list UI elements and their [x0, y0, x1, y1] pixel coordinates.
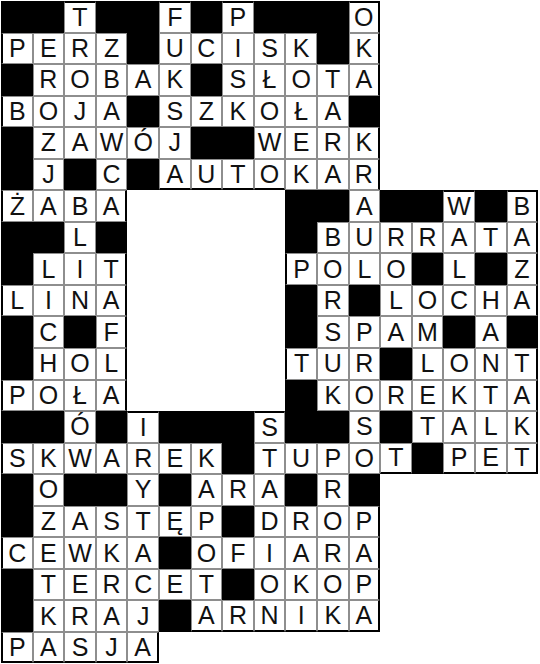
cell-r5c4[interactable]: W	[96, 127, 128, 159]
black-cell-r12c13	[380, 348, 412, 380]
cell-r14c17[interactable]: K	[507, 411, 539, 443]
black-cell-r7c16	[475, 190, 507, 222]
cell-r5c6[interactable]: J	[159, 127, 191, 159]
cell-r9c4[interactable]: T	[96, 253, 128, 285]
cell-r4c10[interactable]: Ł	[285, 96, 317, 128]
cell-r16c7[interactable]: A	[191, 474, 223, 506]
cell-r14c16[interactable]: L	[475, 411, 507, 443]
cell-r1c3[interactable]: T	[64, 1, 96, 33]
void-region	[127, 316, 159, 348]
void-region	[349, 632, 381, 664]
void-region	[380, 1, 412, 33]
void-region	[191, 632, 223, 664]
black-cell-r16c6	[159, 474, 191, 506]
black-cell-r14c2	[33, 411, 65, 443]
cell-r3c5[interactable]: A	[127, 64, 159, 96]
cell-r6c9[interactable]: O	[254, 159, 286, 191]
cell-r9c13[interactable]: O	[380, 253, 412, 285]
cell-r2c10[interactable]: K	[285, 33, 317, 65]
cell-r20c8[interactable]: R	[222, 600, 254, 632]
cell-r14c14[interactable]: T	[412, 411, 444, 443]
void-region	[127, 222, 159, 254]
cell-r4c6[interactable]: S	[159, 96, 191, 128]
cell-r19c3[interactable]: E	[64, 569, 96, 601]
cell-r4c8[interactable]: K	[222, 96, 254, 128]
cell-r17c11[interactable]: O	[317, 506, 349, 538]
black-cell-r7c10	[285, 190, 317, 222]
cell-r15c5[interactable]: R	[127, 443, 159, 475]
cell-r21c2[interactable]: A	[33, 632, 65, 664]
cell-r5c11[interactable]: R	[317, 127, 349, 159]
cell-r11c13[interactable]: A	[380, 316, 412, 348]
cell-r12c12[interactable]: R	[349, 348, 381, 380]
cell-r20c7[interactable]: A	[191, 600, 223, 632]
void-region	[443, 64, 475, 96]
black-cell-r8c10	[285, 222, 317, 254]
cell-r10c13[interactable]: L	[380, 285, 412, 317]
void-region	[507, 537, 539, 569]
cell-r20c2[interactable]: K	[33, 600, 65, 632]
cell-r11c12[interactable]: P	[349, 316, 381, 348]
void-region	[254, 380, 286, 412]
cell-r19c10[interactable]: K	[285, 569, 317, 601]
cell-r4c7[interactable]: Z	[191, 96, 223, 128]
cell-r15c1[interactable]: S	[1, 443, 33, 475]
void-region	[285, 632, 317, 664]
cell-r4c3[interactable]: J	[64, 96, 96, 128]
black-cell-r18c6	[159, 537, 191, 569]
cell-r8c16[interactable]: T	[475, 222, 507, 254]
cell-r4c11[interactable]: A	[317, 96, 349, 128]
black-cell-r1c9	[254, 1, 286, 33]
cell-r9c12[interactable]: L	[349, 253, 381, 285]
void-region	[317, 632, 349, 664]
cell-r14c3[interactable]: Ó	[64, 411, 96, 443]
cell-r2c4[interactable]: Z	[96, 33, 128, 65]
cell-r18c3[interactable]: W	[64, 537, 96, 569]
void-region	[222, 222, 254, 254]
cell-r13c11[interactable]: K	[317, 380, 349, 412]
cell-r14c15[interactable]: A	[443, 411, 475, 443]
void-region	[475, 506, 507, 538]
cell-r8c3[interactable]: L	[64, 222, 96, 254]
cell-r14c12[interactable]: S	[349, 411, 381, 443]
cell-r19c7[interactable]: T	[191, 569, 223, 601]
void-region	[222, 285, 254, 317]
cell-r6c12[interactable]: R	[349, 159, 381, 191]
cell-r6c10[interactable]: K	[285, 159, 317, 191]
black-cell-r14c11	[317, 411, 349, 443]
void-region	[191, 190, 223, 222]
void-region	[443, 569, 475, 601]
void-region	[159, 222, 191, 254]
void-region	[254, 222, 286, 254]
void-region	[159, 190, 191, 222]
cell-r2c6[interactable]: U	[159, 33, 191, 65]
cell-r20c12[interactable]: A	[349, 600, 381, 632]
black-cell-r7c11	[317, 190, 349, 222]
void-region	[127, 348, 159, 380]
void-region	[475, 1, 507, 33]
void-region	[443, 600, 475, 632]
cell-r6c4[interactable]: C	[96, 159, 128, 191]
cell-r18c5[interactable]: A	[127, 537, 159, 569]
cell-r18c12[interactable]: A	[349, 537, 381, 569]
cell-r15c11[interactable]: P	[317, 443, 349, 475]
cell-r3c6[interactable]: K	[159, 64, 191, 96]
cell-r13c12[interactable]: O	[349, 380, 381, 412]
cell-r7c17[interactable]: B	[507, 190, 539, 222]
black-cell-r5c7	[191, 127, 223, 159]
cell-r11c2[interactable]: C	[33, 316, 65, 348]
cell-r13c2[interactable]: O	[33, 380, 65, 412]
void-region	[380, 506, 412, 538]
cell-r13c1[interactable]: P	[1, 380, 33, 412]
cell-r16c11[interactable]: R	[317, 474, 349, 506]
cell-r4c4[interactable]: A	[96, 96, 128, 128]
void-region	[507, 474, 539, 506]
cell-r21c1[interactable]: P	[1, 632, 33, 664]
black-cell-r11c1	[1, 316, 33, 348]
cell-r8c13[interactable]: R	[380, 222, 412, 254]
black-cell-r14c8	[222, 411, 254, 443]
void-region	[380, 127, 412, 159]
black-cell-r9c16	[475, 253, 507, 285]
void-region	[507, 33, 539, 65]
void-region	[443, 1, 475, 33]
cell-r14c9[interactable]: S	[254, 411, 286, 443]
cell-r15c15[interactable]: P	[443, 443, 475, 475]
cell-r12c4[interactable]: L	[96, 348, 128, 380]
cell-r7c15[interactable]: W	[443, 190, 475, 222]
cell-r11c4[interactable]: F	[96, 316, 128, 348]
black-cell-r20c1	[1, 600, 33, 632]
black-cell-r1c10	[285, 1, 317, 33]
cell-r18c1[interactable]: C	[1, 537, 33, 569]
void-region	[507, 569, 539, 601]
black-cell-r4c5	[127, 96, 159, 128]
cell-r2c7[interactable]: C	[191, 33, 223, 65]
cell-r3c4[interactable]: B	[96, 64, 128, 96]
cell-r10c4[interactable]: A	[96, 285, 128, 317]
void-region	[159, 632, 191, 664]
cell-r17c12[interactable]: P	[349, 506, 381, 538]
cell-r17c3[interactable]: A	[64, 506, 96, 538]
void-region	[127, 190, 159, 222]
black-cell-r9c1	[1, 253, 33, 285]
cell-r14c5[interactable]: I	[127, 411, 159, 443]
cell-r5c12[interactable]: K	[349, 127, 381, 159]
void-region	[507, 96, 539, 128]
cell-r9c2[interactable]: L	[33, 253, 65, 285]
cell-r21c3[interactable]: S	[64, 632, 96, 664]
black-cell-r5c8	[222, 127, 254, 159]
black-cell-r6c3	[64, 159, 96, 191]
black-cell-r20c6	[159, 600, 191, 632]
cell-r19c4[interactable]: R	[96, 569, 128, 601]
void-region	[507, 506, 539, 538]
black-cell-r12c1	[1, 348, 33, 380]
void-region	[159, 285, 191, 317]
black-cell-r16c10	[285, 474, 317, 506]
cell-r9c11[interactable]: O	[317, 253, 349, 285]
cell-r2c3[interactable]: R	[64, 33, 96, 65]
cell-r11c11[interactable]: S	[317, 316, 349, 348]
cell-r16c8[interactable]: R	[222, 474, 254, 506]
cell-r7c12[interactable]: A	[349, 190, 381, 222]
black-cell-r10c10	[285, 285, 317, 317]
cell-r3c11[interactable]: T	[317, 64, 349, 96]
black-cell-r14c10	[285, 411, 317, 443]
cell-r20c9[interactable]: N	[254, 600, 286, 632]
cell-r13c15[interactable]: K	[443, 380, 475, 412]
void-region	[443, 537, 475, 569]
cell-r6c6[interactable]: A	[159, 159, 191, 191]
cell-r15c6[interactable]: E	[159, 443, 191, 475]
cell-r12c3[interactable]: O	[64, 348, 96, 380]
cell-r6c7[interactable]: U	[191, 159, 223, 191]
cell-r19c2[interactable]: T	[33, 569, 65, 601]
cell-r8c14[interactable]: R	[412, 222, 444, 254]
cell-r13c17[interactable]: A	[507, 380, 539, 412]
cell-r10c16[interactable]: H	[475, 285, 507, 317]
cell-r17c10[interactable]: R	[285, 506, 317, 538]
cell-r16c5[interactable]: Y	[127, 474, 159, 506]
cell-r5c10[interactable]: E	[285, 127, 317, 159]
black-cell-r11c3	[64, 316, 96, 348]
cell-r19c5[interactable]: C	[127, 569, 159, 601]
cell-r15c17[interactable]: T	[507, 443, 539, 475]
cell-r11c14[interactable]: M	[412, 316, 444, 348]
void-region	[412, 96, 444, 128]
black-cell-r14c7	[191, 411, 223, 443]
void-region	[475, 33, 507, 65]
void-region	[159, 348, 191, 380]
cell-r20c5[interactable]: J	[127, 600, 159, 632]
black-cell-r11c10	[285, 316, 317, 348]
void-region	[443, 474, 475, 506]
cell-r15c7[interactable]: K	[191, 443, 223, 475]
cell-r21c4[interactable]: J	[96, 632, 128, 664]
cell-r17c6[interactable]: Ę	[159, 506, 191, 538]
cell-r15c12[interactable]: O	[349, 443, 381, 475]
cell-r17c7[interactable]: P	[191, 506, 223, 538]
void-region	[412, 159, 444, 191]
cell-r8c15[interactable]: A	[443, 222, 475, 254]
black-cell-r19c1	[1, 569, 33, 601]
cell-r18c7[interactable]: O	[191, 537, 223, 569]
cell-r10c11[interactable]: R	[317, 285, 349, 317]
black-cell-r14c13	[380, 411, 412, 443]
cell-r17c9[interactable]: D	[254, 506, 286, 538]
cell-r20c10[interactable]: I	[285, 600, 317, 632]
cell-r15c9[interactable]: T	[254, 443, 286, 475]
cell-r6c8[interactable]: T	[222, 159, 254, 191]
cell-r15c13[interactable]: T	[380, 443, 412, 475]
cell-r9c3[interactable]: I	[64, 253, 96, 285]
cell-r9c10[interactable]: P	[285, 253, 317, 285]
cell-r3c2[interactable]: R	[33, 64, 65, 96]
cell-r2c2[interactable]: E	[33, 33, 65, 65]
cell-r12c11[interactable]: U	[317, 348, 349, 380]
cell-r20c4[interactable]: A	[96, 600, 128, 632]
cell-r12c16[interactable]: N	[475, 348, 507, 380]
cell-r19c6[interactable]: E	[159, 569, 191, 601]
cell-r18c11[interactable]: R	[317, 537, 349, 569]
cell-r18c8[interactable]: F	[222, 537, 254, 569]
cell-r11c16[interactable]: A	[475, 316, 507, 348]
cell-r12c15[interactable]: O	[443, 348, 475, 380]
cell-r19c11[interactable]: O	[317, 569, 349, 601]
cell-r20c3[interactable]: R	[64, 600, 96, 632]
cell-r15c3[interactable]: W	[64, 443, 96, 475]
void-region	[222, 253, 254, 285]
black-cell-r16c4	[96, 474, 128, 506]
void-region	[475, 64, 507, 96]
cell-r4c9[interactable]: O	[254, 96, 286, 128]
cell-r2c8[interactable]: I	[222, 33, 254, 65]
black-cell-r14c6	[159, 411, 191, 443]
cell-r3c3[interactable]: O	[64, 64, 96, 96]
cell-r8c12[interactable]: U	[349, 222, 381, 254]
void-region	[412, 474, 444, 506]
black-cell-r1c2	[33, 1, 65, 33]
cell-r18c10[interactable]: A	[285, 537, 317, 569]
cell-r5c9[interactable]: W	[254, 127, 286, 159]
cell-r9c17[interactable]: Z	[507, 253, 539, 285]
black-cell-r14c1	[1, 411, 33, 443]
void-region	[380, 159, 412, 191]
cell-r19c9[interactable]: O	[254, 569, 286, 601]
cell-r10c3[interactable]: N	[64, 285, 96, 317]
void-region	[254, 632, 286, 664]
cell-r12c10[interactable]: T	[285, 348, 317, 380]
cell-r4c1[interactable]: B	[1, 96, 33, 128]
void-region	[475, 537, 507, 569]
black-cell-r11c17	[507, 316, 539, 348]
cell-r8c17[interactable]: A	[507, 222, 539, 254]
cell-r20c11[interactable]: K	[317, 600, 349, 632]
void-region	[507, 600, 539, 632]
void-region	[254, 285, 286, 317]
cell-r3c10[interactable]: O	[285, 64, 317, 96]
cell-r5c3[interactable]: A	[64, 127, 96, 159]
cell-r16c2[interactable]: O	[33, 474, 65, 506]
void-region	[507, 127, 539, 159]
cell-r13c14[interactable]: E	[412, 380, 444, 412]
cell-r7c3[interactable]: B	[64, 190, 96, 222]
cell-r8c11[interactable]: B	[317, 222, 349, 254]
cell-r13c13[interactable]: R	[380, 380, 412, 412]
cell-r19c12[interactable]: P	[349, 569, 381, 601]
cell-r1c8[interactable]: P	[222, 1, 254, 33]
cell-r7c4[interactable]: A	[96, 190, 128, 222]
cell-r18c2[interactable]: E	[33, 537, 65, 569]
void-region	[380, 474, 412, 506]
cell-r13c3[interactable]: Ł	[64, 380, 96, 412]
black-cell-r11c15	[443, 316, 475, 348]
cell-r13c16[interactable]: T	[475, 380, 507, 412]
void-region	[222, 380, 254, 412]
cell-r15c2[interactable]: K	[33, 443, 65, 475]
cell-r2c9[interactable]: S	[254, 33, 286, 65]
cell-r10c17[interactable]: A	[507, 285, 539, 317]
black-cell-r19c8	[222, 569, 254, 601]
cell-r15c10[interactable]: U	[285, 443, 317, 475]
void-region	[159, 253, 191, 285]
black-cell-r17c8	[222, 506, 254, 538]
void-region	[412, 127, 444, 159]
cell-r12c2[interactable]: H	[33, 348, 65, 380]
cell-r18c4[interactable]: K	[96, 537, 128, 569]
cell-r3c12[interactable]: A	[349, 64, 381, 96]
cell-r5c5[interactable]: Ó	[127, 127, 159, 159]
cell-r13c4[interactable]: A	[96, 380, 128, 412]
cell-r1c12[interactable]: O	[349, 1, 381, 33]
cell-r21c5[interactable]: A	[127, 632, 159, 664]
black-cell-r6c5	[127, 159, 159, 191]
void-region	[475, 159, 507, 191]
void-region	[507, 64, 539, 96]
void-region	[222, 348, 254, 380]
cell-r10c2[interactable]: I	[33, 285, 65, 317]
void-region	[191, 348, 223, 380]
cell-r18c9[interactable]: I	[254, 537, 286, 569]
void-region	[412, 600, 444, 632]
cell-r2c1[interactable]: P	[1, 33, 33, 65]
void-region	[159, 380, 191, 412]
black-cell-r13c10	[285, 380, 317, 412]
cell-r15c16[interactable]: E	[475, 443, 507, 475]
void-region	[412, 64, 444, 96]
void-region	[380, 64, 412, 96]
cell-r17c5[interactable]: T	[127, 506, 159, 538]
cell-r10c14[interactable]: O	[412, 285, 444, 317]
cell-r7c1[interactable]: Ż	[1, 190, 33, 222]
black-cell-r1c4	[96, 1, 128, 33]
cell-r5c2[interactable]: Z	[33, 127, 65, 159]
black-cell-r8c1	[1, 222, 33, 254]
black-cell-r14c4	[96, 411, 128, 443]
void-region	[380, 96, 412, 128]
cell-r6c11[interactable]: A	[317, 159, 349, 191]
cell-r2c12[interactable]: K	[349, 33, 381, 65]
void-region	[159, 316, 191, 348]
black-cell-r6c1	[1, 159, 33, 191]
cell-r10c15[interactable]: C	[443, 285, 475, 317]
cell-r7c2[interactable]: A	[33, 190, 65, 222]
cell-r10c1[interactable]: L	[1, 285, 33, 317]
cell-r4c2[interactable]: O	[33, 96, 65, 128]
cell-r3c9[interactable]: Ł	[254, 64, 286, 96]
cell-r12c14[interactable]: L	[412, 348, 444, 380]
void-region	[222, 190, 254, 222]
cell-r12c17[interactable]: T	[507, 348, 539, 380]
void-region	[191, 380, 223, 412]
cell-r3c8[interactable]: S	[222, 64, 254, 96]
cell-r17c4[interactable]: S	[96, 506, 128, 538]
void-region	[475, 474, 507, 506]
void-region	[475, 96, 507, 128]
cell-r16c9[interactable]: A	[254, 474, 286, 506]
void-region	[443, 632, 475, 664]
cell-r6c2[interactable]: J	[33, 159, 65, 191]
cell-r15c4[interactable]: A	[96, 443, 128, 475]
cell-r9c15[interactable]: L	[443, 253, 475, 285]
cell-r17c2[interactable]: Z	[33, 506, 65, 538]
void-region	[507, 1, 539, 33]
cell-r1c6[interactable]: F	[159, 1, 191, 33]
